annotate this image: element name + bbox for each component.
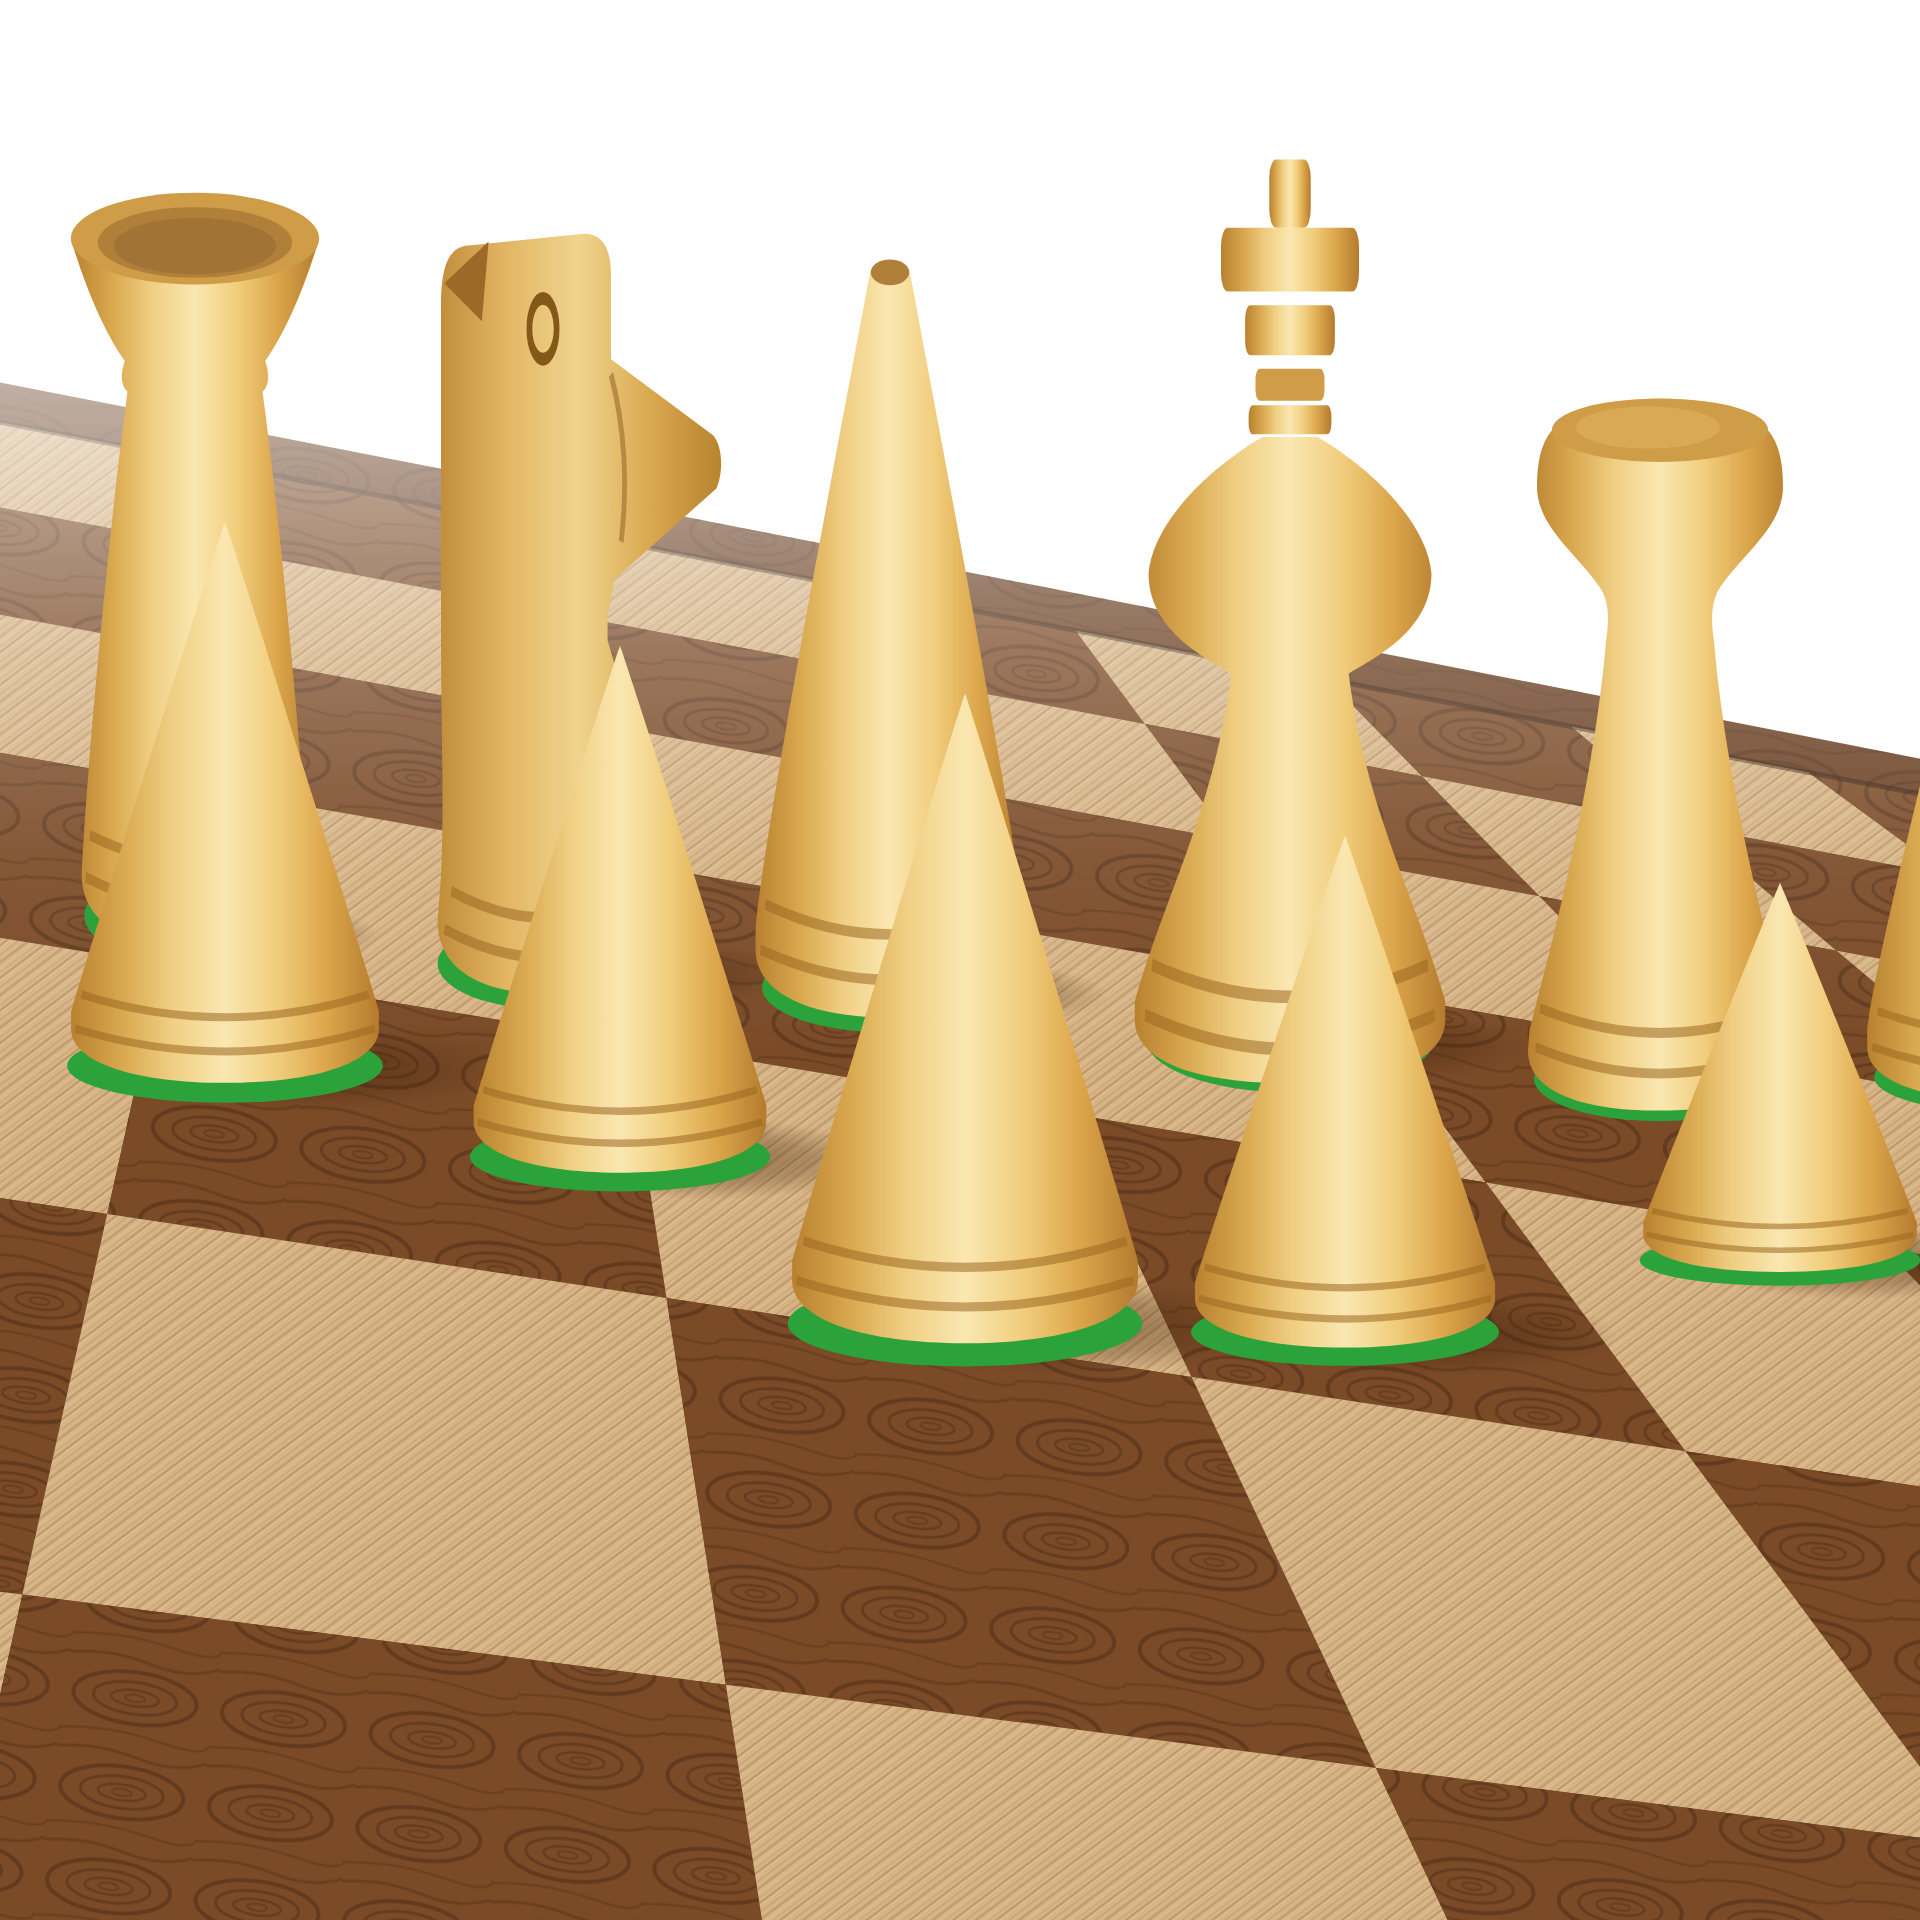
cross-arm	[1221, 228, 1359, 292]
chessboard-photo	[0, 0, 1920, 1920]
product-photo-stage	[0, 0, 1920, 1920]
cross-knob	[1269, 160, 1310, 228]
chess-scene	[0, 0, 1920, 1920]
